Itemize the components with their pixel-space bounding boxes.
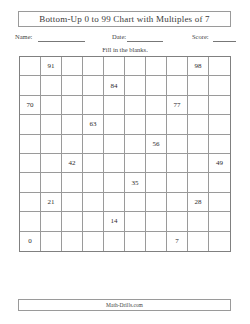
grid-cell-blank[interactable] — [104, 57, 125, 76]
grid-cell-given: 7 — [167, 232, 188, 251]
name-label: Name: — [15, 33, 32, 40]
grid-cell-blank[interactable] — [62, 212, 83, 231]
grid-cell-blank[interactable] — [188, 173, 209, 192]
grid-cell-blank[interactable] — [167, 76, 188, 95]
footer-site-text: Math-Drills.com — [106, 302, 143, 308]
grid-cell-blank[interactable] — [104, 96, 125, 115]
grid-cell-blank[interactable] — [188, 154, 209, 173]
grid-cell-blank[interactable] — [167, 193, 188, 212]
grid-cell-blank[interactable] — [104, 173, 125, 192]
grid-cell-blank[interactable] — [125, 232, 146, 251]
grid-cell-blank[interactable] — [62, 57, 83, 76]
grid-cell-blank[interactable] — [20, 193, 41, 212]
grid-cell-blank[interactable] — [125, 96, 146, 115]
grid-cell-blank[interactable] — [167, 57, 188, 76]
grid-cell-blank[interactable] — [41, 96, 62, 115]
grid-cell-blank[interactable] — [20, 173, 41, 192]
name-input-line[interactable] — [38, 41, 85, 42]
grid-cell-blank[interactable] — [20, 212, 41, 231]
grid-cell-given: 91 — [41, 57, 62, 76]
score-input-line[interactable] — [213, 41, 236, 42]
grid-cell-blank[interactable] — [62, 135, 83, 154]
grid-cell-blank[interactable] — [188, 135, 209, 154]
grid-cell-blank[interactable] — [83, 173, 104, 192]
grid-cell-blank[interactable] — [104, 115, 125, 134]
grid-cell-blank[interactable] — [188, 212, 209, 231]
grid-cell-blank[interactable] — [209, 135, 230, 154]
grid-cell-blank[interactable] — [62, 115, 83, 134]
grid-cell-blank[interactable] — [104, 135, 125, 154]
grid-cell-blank[interactable] — [83, 193, 104, 212]
grid-cell-blank[interactable] — [104, 193, 125, 212]
grid-cell-blank[interactable] — [125, 115, 146, 134]
grid-cell-blank[interactable] — [167, 173, 188, 192]
chart-grid: 9198847077635642493521281407 — [19, 56, 231, 252]
grid-cell-blank[interactable] — [83, 96, 104, 115]
grid-cell-blank[interactable] — [146, 193, 167, 212]
grid-cell-blank[interactable] — [209, 212, 230, 231]
grid-cell-blank[interactable] — [20, 57, 41, 76]
grid-cell-given: 84 — [104, 76, 125, 95]
grid-cell-blank[interactable] — [167, 212, 188, 231]
grid-cell-blank[interactable] — [62, 76, 83, 95]
grid-cell-blank[interactable] — [146, 212, 167, 231]
grid-cell-blank[interactable] — [104, 154, 125, 173]
grid-cell-given: 21 — [41, 193, 62, 212]
grid-cell-blank[interactable] — [188, 115, 209, 134]
grid-cell-given: 42 — [62, 154, 83, 173]
grid-cell-blank[interactable] — [209, 96, 230, 115]
grid-cell-blank[interactable] — [83, 212, 104, 231]
grid-cell-blank[interactable] — [146, 154, 167, 173]
grid-cell-blank[interactable] — [125, 76, 146, 95]
grid-cell-blank[interactable] — [62, 193, 83, 212]
grid-cell-given: 70 — [20, 96, 41, 115]
grid-cell-blank[interactable] — [146, 57, 167, 76]
grid-cell-blank[interactable] — [41, 212, 62, 231]
grid-cell-blank[interactable] — [41, 232, 62, 251]
grid-cell-blank[interactable] — [146, 232, 167, 251]
grid-cell-blank[interactable] — [209, 76, 230, 95]
grid-cell-blank[interactable] — [83, 76, 104, 95]
instruction-text: Fill in the blanks. — [0, 46, 250, 53]
date-input-line[interactable] — [127, 41, 163, 42]
grid-cell-blank[interactable] — [167, 154, 188, 173]
grid-cell-blank[interactable] — [209, 115, 230, 134]
grid-cell-blank[interactable] — [20, 115, 41, 134]
grid-cell-blank[interactable] — [167, 135, 188, 154]
grid-cell-blank[interactable] — [62, 173, 83, 192]
grid-cell-blank[interactable] — [125, 154, 146, 173]
grid-cell-blank[interactable] — [41, 135, 62, 154]
grid-cell-blank[interactable] — [188, 232, 209, 251]
grid-cell-blank[interactable] — [125, 57, 146, 76]
grid-cell-blank[interactable] — [83, 232, 104, 251]
grid-cell-blank[interactable] — [167, 115, 188, 134]
grid-cell-blank[interactable] — [209, 57, 230, 76]
grid-cell-blank[interactable] — [188, 76, 209, 95]
title-text: Bottom-Up 0 to 99 Chart with Multiples o… — [39, 14, 210, 24]
grid-cell-blank[interactable] — [125, 193, 146, 212]
footer: Math-Drills.com — [18, 299, 231, 311]
grid-cell-given: 63 — [83, 115, 104, 134]
grid-cell-blank[interactable] — [83, 135, 104, 154]
grid-cell-given: 56 — [146, 135, 167, 154]
grid-cell-blank[interactable] — [83, 57, 104, 76]
grid-cell-blank[interactable] — [146, 96, 167, 115]
grid-cell-blank[interactable] — [83, 154, 104, 173]
grid-cell-blank[interactable] — [209, 232, 230, 251]
grid-cell-blank[interactable] — [209, 173, 230, 192]
grid-cell-blank[interactable] — [146, 115, 167, 134]
grid-cell-given: 49 — [209, 154, 230, 173]
grid-cell-given: 14 — [104, 212, 125, 231]
grid-cell-blank[interactable] — [41, 76, 62, 95]
grid-cell-blank[interactable] — [41, 154, 62, 173]
grid-cell-given: 0 — [20, 232, 41, 251]
grid-cell-blank[interactable] — [209, 193, 230, 212]
grid-cell-given: 98 — [188, 57, 209, 76]
grid-cell-blank[interactable] — [41, 173, 62, 192]
grid-cell-given: 77 — [167, 96, 188, 115]
grid-cell-blank[interactable] — [20, 154, 41, 173]
grid-cell-blank[interactable] — [188, 96, 209, 115]
grid-cell-given: 35 — [125, 173, 146, 192]
grid-cell-blank[interactable] — [20, 76, 41, 95]
grid-cell-given: 28 — [188, 193, 209, 212]
worksheet-title: Bottom-Up 0 to 99 Chart with Multiples o… — [18, 11, 231, 27]
grid-cell-blank[interactable] — [62, 232, 83, 251]
grid-cell-blank[interactable] — [125, 212, 146, 231]
grid-cell-blank[interactable] — [104, 232, 125, 251]
grid-cell-blank[interactable] — [20, 135, 41, 154]
grid-cell-blank[interactable] — [125, 135, 146, 154]
grid-cell-blank[interactable] — [146, 76, 167, 95]
grid-cell-blank[interactable] — [62, 96, 83, 115]
grid-cell-blank[interactable] — [146, 173, 167, 192]
grid-cell-blank[interactable] — [41, 115, 62, 134]
date-label: Date: — [112, 33, 126, 40]
score-label: Score: — [192, 33, 209, 40]
